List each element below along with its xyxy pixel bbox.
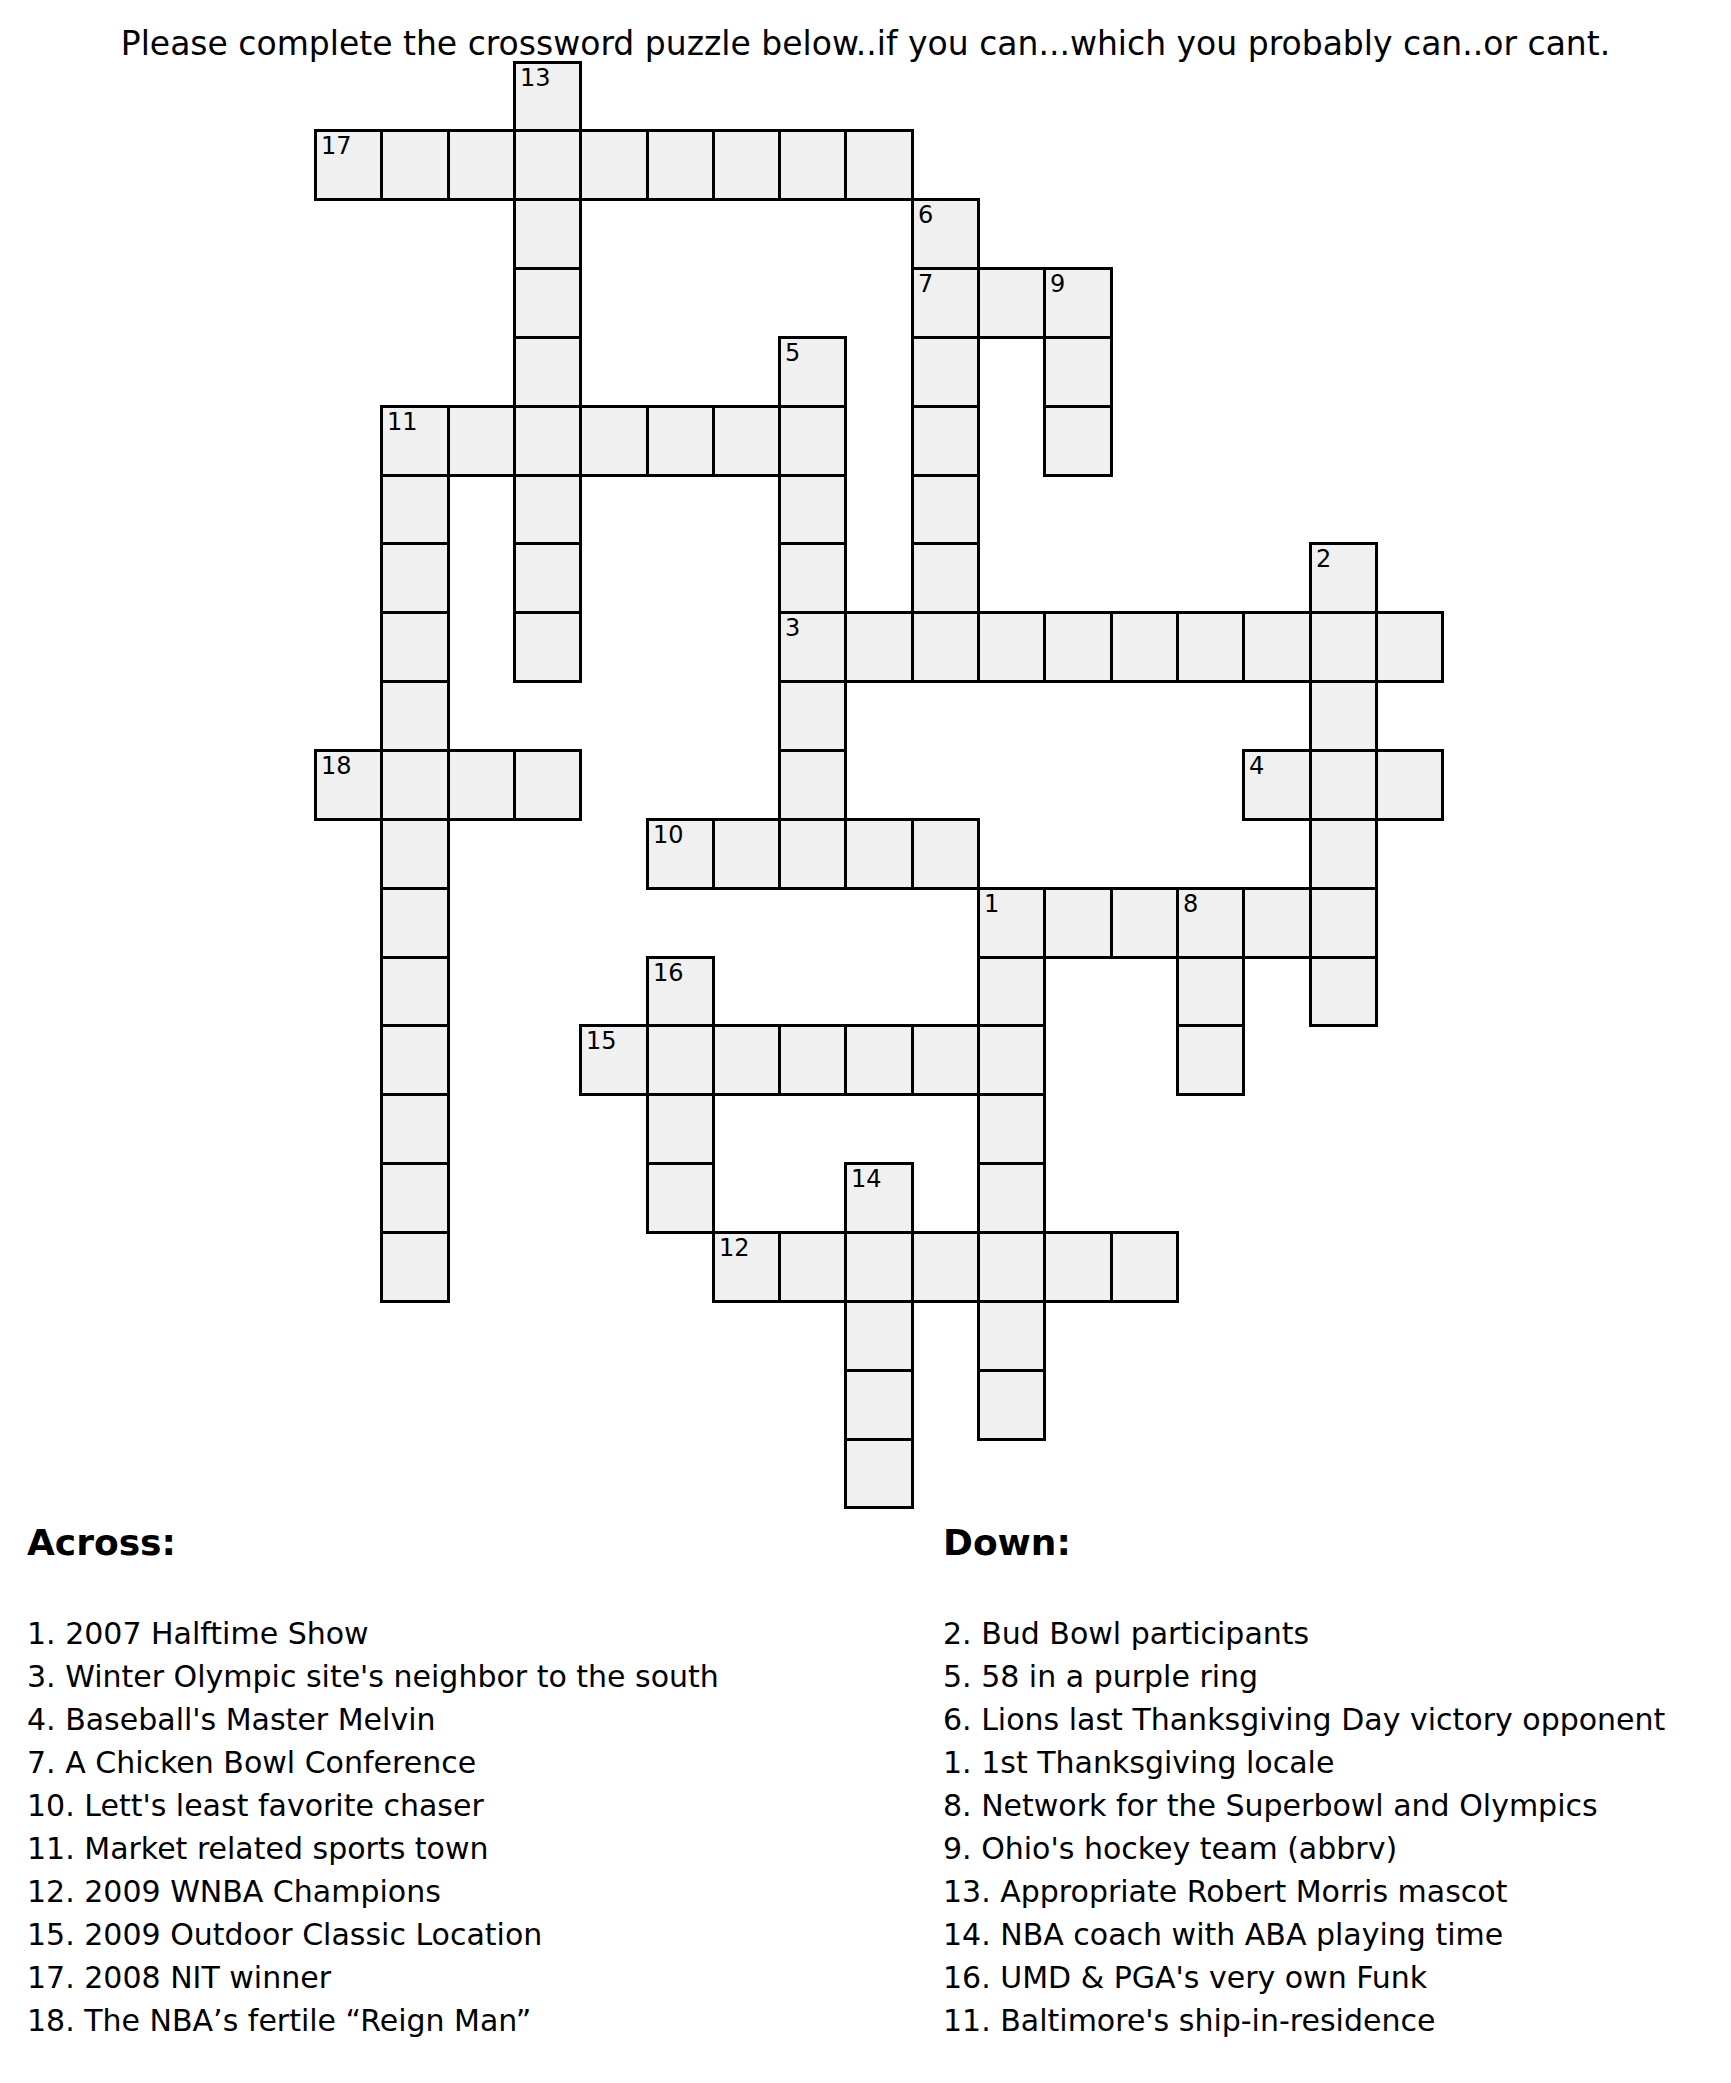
grid-cell[interactable]: [778, 818, 847, 890]
clue-number: 12: [719, 1234, 750, 1262]
clue-item: 4. Baseball's Master Melvin: [27, 1698, 787, 1741]
grid-cell[interactable]: [778, 1231, 847, 1303]
grid-cell[interactable]: 1: [977, 887, 1046, 959]
grid-cell[interactable]: [712, 1024, 781, 1096]
grid-cell[interactable]: [844, 611, 914, 683]
grid-cell[interactable]: 9: [1043, 267, 1113, 339]
grid-cell[interactable]: [911, 611, 980, 683]
grid-cell[interactable]: [380, 1231, 450, 1303]
grid-cell[interactable]: [911, 542, 980, 614]
grid-cell[interactable]: [380, 1162, 450, 1234]
grid-cell[interactable]: [911, 1024, 980, 1096]
grid-cell[interactable]: [447, 405, 516, 477]
grid-cell[interactable]: [513, 198, 582, 270]
grid-cell[interactable]: [844, 129, 914, 201]
grid-cell[interactable]: 3: [778, 611, 847, 683]
grid-cell[interactable]: [513, 749, 582, 821]
grid-cell[interactable]: [380, 680, 450, 752]
grid-cell[interactable]: [579, 129, 649, 201]
grid-cell[interactable]: [977, 1093, 1046, 1165]
grid-cell[interactable]: [579, 405, 649, 477]
grid-cell[interactable]: [1110, 887, 1179, 959]
clue-number: 15: [586, 1027, 617, 1055]
grid-cell[interactable]: [712, 818, 781, 890]
grid-cell[interactable]: [1176, 611, 1245, 683]
grid-cell[interactable]: 17: [314, 129, 383, 201]
clue-number: 6: [918, 201, 933, 229]
clue-number: 3: [785, 614, 800, 642]
clue-number: 4: [1249, 752, 1264, 780]
grid-cell[interactable]: [1242, 887, 1312, 959]
clue-number: 9: [1050, 270, 1065, 298]
clue-item: 18. The NBA’s fertile “Reign Man”: [27, 1999, 787, 2042]
grid-cell[interactable]: [1043, 611, 1113, 683]
grid-cell[interactable]: 13: [513, 61, 582, 132]
grid-cell[interactable]: [712, 405, 781, 477]
clue-number: 18: [321, 752, 352, 780]
grid-cell[interactable]: 11: [380, 405, 450, 477]
grid-cell[interactable]: [1309, 749, 1378, 821]
clue-number: 11: [387, 408, 418, 436]
grid-cell[interactable]: [1375, 749, 1444, 821]
grid-cell[interactable]: [646, 1093, 715, 1165]
grid-cell[interactable]: [1110, 611, 1179, 683]
grid-cell[interactable]: 5: [778, 336, 847, 408]
clue-item: 2. Bud Bowl participants: [943, 1612, 1728, 1655]
down-heading: Down:: [943, 1522, 1071, 1563]
clue-number: 1: [984, 890, 999, 918]
grid-cell[interactable]: [778, 405, 847, 477]
clue-number: 17: [321, 132, 352, 160]
clue-number: 14: [851, 1165, 882, 1193]
grid-cell[interactable]: [646, 1024, 715, 1096]
grid-cell[interactable]: [911, 1231, 980, 1303]
clue-item: 15. 2009 Outdoor Classic Location: [27, 1913, 787, 1956]
grid-cell[interactable]: 6: [911, 198, 980, 270]
grid-cell[interactable]: [778, 129, 847, 201]
grid-cell[interactable]: [513, 267, 582, 339]
grid-cell[interactable]: [977, 267, 1046, 339]
grid-cell[interactable]: [1309, 611, 1378, 683]
grid-cell[interactable]: [1176, 1024, 1245, 1096]
grid-cell[interactable]: [1110, 1231, 1179, 1303]
grid-cell[interactable]: 2: [1309, 542, 1378, 614]
grid-cell[interactable]: [380, 749, 450, 821]
grid-cell[interactable]: [380, 887, 450, 959]
clue-number: 5: [785, 339, 800, 367]
clue-number: 7: [918, 270, 933, 298]
clue-item: 9. Ohio's hockey team (abbrv): [943, 1827, 1728, 1870]
grid-cell[interactable]: [380, 956, 450, 1027]
grid-cell[interactable]: 15: [579, 1024, 649, 1096]
grid-cell[interactable]: [977, 1024, 1046, 1096]
grid-cell[interactable]: [447, 749, 516, 821]
clue-number: 2: [1316, 545, 1331, 573]
clue-item: 1. 2007 Halftime Show: [27, 1612, 787, 1655]
grid-cell[interactable]: [1309, 887, 1378, 959]
grid-cell[interactable]: [513, 542, 582, 614]
grid-cell[interactable]: [380, 542, 450, 614]
grid-cell[interactable]: 14: [844, 1162, 914, 1234]
grid-cell[interactable]: [844, 1024, 914, 1096]
grid-cell[interactable]: [911, 336, 980, 408]
clue-item: 11. Baltimore's ship-in-residence: [943, 1999, 1728, 2042]
grid-cell[interactable]: [844, 1231, 914, 1303]
grid-cell[interactable]: 16: [646, 956, 715, 1027]
grid-cell[interactable]: [977, 956, 1046, 1027]
grid-cell[interactable]: [844, 818, 914, 890]
grid-cell[interactable]: [1176, 956, 1245, 1027]
clue-item: 1. 1st Thanksgiving locale: [943, 1741, 1728, 1784]
grid-cell[interactable]: [977, 1369, 1046, 1441]
grid-cell[interactable]: 18: [314, 749, 383, 821]
grid-cell[interactable]: [778, 749, 847, 821]
grid-cell[interactable]: [712, 129, 781, 201]
grid-cell[interactable]: [977, 1231, 1046, 1303]
grid-cell[interactable]: [1043, 336, 1113, 408]
grid-cell[interactable]: [380, 129, 450, 201]
grid-cell[interactable]: [1375, 611, 1444, 683]
grid-cell[interactable]: [1309, 818, 1378, 890]
grid-cell[interactable]: 4: [1242, 749, 1312, 821]
clue-item: 11. Market related sports town: [27, 1827, 787, 1870]
grid-cell[interactable]: 7: [911, 267, 980, 339]
grid-cell[interactable]: [380, 1024, 450, 1096]
grid-cell[interactable]: [778, 474, 847, 545]
grid-cell[interactable]: [977, 611, 1046, 683]
clue-item: 16. UMD & PGA's very own Funk: [943, 1956, 1728, 1999]
grid-cell[interactable]: [844, 1300, 914, 1372]
grid-cell[interactable]: [513, 336, 582, 408]
grid-cell[interactable]: [977, 1300, 1046, 1372]
grid-cell[interactable]: 12: [712, 1231, 781, 1303]
grid-cell[interactable]: [1309, 680, 1378, 752]
grid-cell[interactable]: [1309, 956, 1378, 1027]
grid-cell[interactable]: [1043, 887, 1113, 959]
grid-cell[interactable]: [911, 405, 980, 477]
grid-cell[interactable]: [380, 474, 450, 545]
clue-number: 8: [1183, 890, 1198, 918]
grid-cell[interactable]: [513, 611, 582, 683]
grid-cell[interactable]: [911, 474, 980, 545]
across-clue-list: 1. 2007 Halftime Show3. Winter Olympic s…: [27, 1612, 787, 2042]
clue-number: 10: [653, 821, 684, 849]
grid-cell[interactable]: [778, 1024, 847, 1096]
grid-cell[interactable]: [513, 129, 582, 201]
grid-cell[interactable]: [513, 405, 582, 477]
clue-item: 14. NBA coach with ABA playing time: [943, 1913, 1728, 1956]
clue-number: 13: [520, 64, 551, 92]
grid-cell[interactable]: [380, 611, 450, 683]
grid-cell[interactable]: [646, 405, 715, 477]
grid-cell[interactable]: [380, 1093, 450, 1165]
clue-item: 17. 2008 NIT winner: [27, 1956, 787, 1999]
grid-cell[interactable]: [1043, 1231, 1113, 1303]
grid-cell[interactable]: [1043, 405, 1113, 477]
grid-cell[interactable]: [1242, 611, 1312, 683]
grid-cell[interactable]: [646, 129, 715, 201]
grid-cell[interactable]: [844, 1438, 914, 1509]
down-clue-list: 2. Bud Bowl participants5. 58 in a purpl…: [943, 1612, 1728, 2042]
grid-cell[interactable]: [380, 818, 450, 890]
clue-number: 16: [653, 959, 684, 987]
grid-cell[interactable]: [646, 1162, 715, 1234]
clue-item: 3. Winter Olympic site's neighbor to the…: [27, 1655, 787, 1698]
grid-cell[interactable]: [778, 542, 847, 614]
clue-item: 6. Lions last Thanksgiving Day victory o…: [943, 1698, 1728, 1741]
clue-item: 7. A Chicken Bowl Conference: [27, 1741, 787, 1784]
grid-cell[interactable]: [911, 818, 980, 890]
grid-cell[interactable]: [778, 680, 847, 752]
grid-cell[interactable]: 8: [1176, 887, 1245, 959]
grid-cell[interactable]: [977, 1162, 1046, 1234]
crossword-grid: 131767951123184101816151412: [0, 0, 1731, 1520]
clue-item: 8. Network for the Superbowl and Olympic…: [943, 1784, 1728, 1827]
clue-item: 10. Lett's least favorite chaser: [27, 1784, 787, 1827]
clue-item: 5. 58 in a purple ring: [943, 1655, 1728, 1698]
grid-cell[interactable]: [447, 129, 516, 201]
grid-cell[interactable]: 10: [646, 818, 715, 890]
grid-cell[interactable]: [844, 1369, 914, 1441]
grid-cell[interactable]: [513, 474, 582, 545]
across-heading: Across:: [27, 1522, 176, 1563]
clue-item: 13. Appropriate Robert Morris mascot: [943, 1870, 1728, 1913]
clue-item: 12. 2009 WNBA Champions: [27, 1870, 787, 1913]
